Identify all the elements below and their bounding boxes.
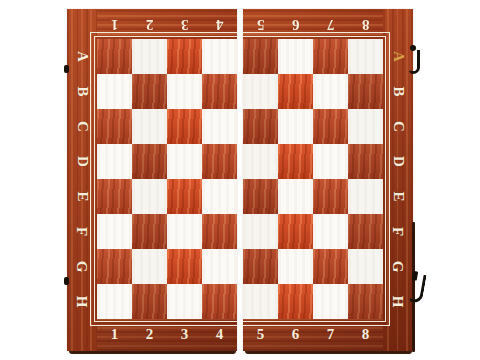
rank-label-text: F <box>389 227 406 236</box>
square-7B <box>313 74 348 109</box>
file-label-text: 2 <box>146 16 154 33</box>
board-half-left: 11223344ABCDEFGH <box>67 9 237 351</box>
square-7D <box>313 144 348 179</box>
square-8C <box>348 109 383 144</box>
rank-label-text: C <box>390 121 407 132</box>
file-label-3-bottom: 3 <box>167 320 202 349</box>
square-8B <box>348 74 383 109</box>
square-5C <box>243 109 278 144</box>
square-8E <box>348 179 383 214</box>
square-6A <box>278 39 313 74</box>
rank-label-text: G <box>73 261 90 273</box>
square-8A <box>348 39 383 74</box>
square-5E <box>243 179 278 214</box>
rank-label-F-right: F <box>383 214 413 249</box>
square-7E <box>313 179 348 214</box>
rank-label-C-right: C <box>383 109 413 144</box>
rank-label-G-left: G <box>67 249 97 284</box>
square-3A <box>167 39 202 74</box>
file-label-4-top: 4 <box>202 11 237 37</box>
file-label-8-bottom: 8 <box>348 320 383 349</box>
rank-label-D-right: D <box>383 144 413 179</box>
square-4C <box>202 109 237 144</box>
file-label-7-bottom: 7 <box>313 320 348 349</box>
square-4D <box>202 144 237 179</box>
file-label-4-bottom: 4 <box>202 320 237 349</box>
square-1G <box>97 249 132 284</box>
square-3C <box>167 109 202 144</box>
square-8F <box>348 214 383 249</box>
rank-label-text: C <box>74 121 91 132</box>
file-label-3-top: 3 <box>167 11 202 37</box>
chess-board: 11223344ABCDEFGH 55667788ABCDEFGH <box>67 9 413 351</box>
square-4B <box>202 74 237 109</box>
square-5G <box>243 249 278 284</box>
square-4G <box>202 249 237 284</box>
square-5D <box>243 144 278 179</box>
rank-label-E-left: E <box>67 179 97 214</box>
file-label-text: 3 <box>181 16 189 33</box>
rank-label-text: D <box>74 156 91 167</box>
file-label-2-bottom: 2 <box>132 320 167 349</box>
square-2A <box>132 39 167 74</box>
file-label-text: 5 <box>257 16 265 33</box>
square-2F <box>132 214 167 249</box>
square-2C <box>132 109 167 144</box>
square-3E <box>167 179 202 214</box>
square-6D <box>278 144 313 179</box>
square-1B <box>97 74 132 109</box>
file-label-7-top: 7 <box>313 11 348 37</box>
square-5A <box>243 39 278 74</box>
file-label-1-top: 1 <box>97 11 132 37</box>
square-7G <box>313 249 348 284</box>
square-6E <box>278 179 313 214</box>
square-2B <box>132 74 167 109</box>
board-half-right: 55667788ABCDEFGH <box>243 9 413 351</box>
square-7C <box>313 109 348 144</box>
play-area <box>243 39 383 319</box>
square-6B <box>278 74 313 109</box>
rank-label-B-right: B <box>383 74 413 109</box>
play-area <box>97 39 237 319</box>
square-5B <box>243 74 278 109</box>
file-label-text: 8 <box>362 326 370 343</box>
square-6H <box>278 284 313 319</box>
square-1C <box>97 109 132 144</box>
square-3F <box>167 214 202 249</box>
square-4H <box>202 284 237 319</box>
square-2G <box>132 249 167 284</box>
rank-label-text: F <box>73 227 90 236</box>
file-label-text: 5 <box>257 326 265 343</box>
square-3H <box>167 284 202 319</box>
file-label-text: 7 <box>327 16 335 33</box>
rank-label-H-right: H <box>383 284 413 319</box>
square-1A <box>97 39 132 74</box>
square-1E <box>97 179 132 214</box>
square-7F <box>313 214 348 249</box>
square-3D <box>167 144 202 179</box>
rank-label-text: D <box>390 156 407 167</box>
square-3G <box>167 249 202 284</box>
square-8H <box>348 284 383 319</box>
file-label-6-bottom: 6 <box>278 320 313 349</box>
square-2E <box>132 179 167 214</box>
rank-label-text: G <box>389 261 406 273</box>
square-3B <box>167 74 202 109</box>
square-8G <box>348 249 383 284</box>
file-label-text: 7 <box>327 326 335 343</box>
rank-label-G-right: G <box>383 249 413 284</box>
square-5F <box>243 214 278 249</box>
file-label-text: 1 <box>111 16 119 33</box>
square-4A <box>202 39 237 74</box>
file-label-5-top: 5 <box>243 11 278 37</box>
rank-label-text: H <box>73 296 90 308</box>
rank-label-text: E <box>73 191 90 201</box>
file-label-text: 6 <box>292 16 300 33</box>
file-label-1-bottom: 1 <box>97 320 132 349</box>
rank-label-D-left: D <box>67 144 97 179</box>
file-label-6-top: 6 <box>278 11 313 37</box>
file-label-text: 2 <box>146 326 154 343</box>
rank-label-text: B <box>73 86 90 96</box>
square-2D <box>132 144 167 179</box>
file-label-text: 1 <box>111 326 119 343</box>
rank-label-text: A <box>390 51 407 62</box>
file-label-8-top: 8 <box>348 11 383 37</box>
square-1F <box>97 214 132 249</box>
square-7H <box>313 284 348 319</box>
square-1H <box>97 284 132 319</box>
square-2H <box>132 284 167 319</box>
rank-label-F-left: F <box>67 214 97 249</box>
rank-label-text: B <box>389 86 406 96</box>
rank-label-B-left: B <box>67 74 97 109</box>
file-label-2-top: 2 <box>132 11 167 37</box>
square-6F <box>278 214 313 249</box>
rank-label-A-left: A <box>67 39 97 74</box>
rank-label-text: A <box>74 51 91 62</box>
rank-label-E-right: E <box>383 179 413 214</box>
rank-label-text: E <box>389 191 406 201</box>
square-6G <box>278 249 313 284</box>
rank-label-A-right: A <box>383 39 413 74</box>
square-5H <box>243 284 278 319</box>
square-6C <box>278 109 313 144</box>
square-4F <box>202 214 237 249</box>
photo-background: 11223344ABCDEFGH 55667788ABCDEFGH <box>0 0 480 360</box>
rank-label-text: H <box>389 296 406 308</box>
file-label-5-bottom: 5 <box>243 320 278 349</box>
file-label-text: 4 <box>216 16 224 33</box>
rank-label-H-left: H <box>67 284 97 319</box>
file-label-text: 3 <box>181 326 189 343</box>
file-label-text: 4 <box>216 326 224 343</box>
square-4E <box>202 179 237 214</box>
file-label-text: 8 <box>362 16 370 33</box>
file-label-text: 6 <box>292 326 300 343</box>
rank-label-C-left: C <box>67 109 97 144</box>
square-1D <box>97 144 132 179</box>
square-7A <box>313 39 348 74</box>
square-8D <box>348 144 383 179</box>
